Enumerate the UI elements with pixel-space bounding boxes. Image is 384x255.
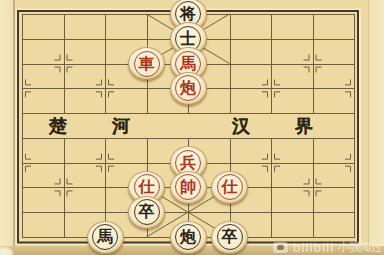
board-cell <box>313 212 355 237</box>
board-cell <box>230 39 272 64</box>
piece-red-advisor[interactable]: 仕 <box>211 171 248 204</box>
board-cell <box>313 64 355 89</box>
board-cell <box>313 88 355 113</box>
piece-character: 帥 <box>170 170 207 203</box>
xiangqi-screenshot: 楚 河 汉 界 将士車馬炮兵仕帥仕卒馬炮卒 bilibili 小强闯过 <box>0 0 384 255</box>
board-cell <box>64 163 106 188</box>
watermark: bilibili 小强闯过 <box>273 239 382 255</box>
board-cell <box>230 88 272 113</box>
board-cell <box>271 138 313 163</box>
piece-character: 卒 <box>211 220 248 253</box>
watermark-brand: bilibili <box>292 240 334 255</box>
board-cell <box>22 39 64 64</box>
river-label-jie: 界 <box>291 114 317 138</box>
piece-character: 馬 <box>87 220 124 253</box>
piece-black-soldier[interactable]: 卒 <box>211 221 248 254</box>
piece-character: 炮 <box>170 71 207 104</box>
board-cell <box>22 187 64 212</box>
piece-red-general[interactable]: 帥 <box>170 171 207 204</box>
board-cell <box>105 88 147 113</box>
piece-red-cannon[interactable]: 炮 <box>170 72 207 105</box>
piece-black-soldier[interactable]: 卒 <box>128 196 165 229</box>
board-cell <box>230 14 272 39</box>
board-cell <box>313 113 355 138</box>
board-cell <box>64 138 106 163</box>
board-cell <box>313 14 355 39</box>
river-label-he: 河 <box>108 114 134 138</box>
board-cell <box>64 88 106 113</box>
piece-character: 仕 <box>211 170 248 203</box>
board-cell <box>313 163 355 188</box>
board-cell <box>22 212 64 237</box>
watermark-text: 小强闯过 <box>338 240 382 255</box>
board-cell <box>188 113 230 138</box>
board-cell <box>147 113 189 138</box>
board-cell <box>271 187 313 212</box>
piece-black-cannon[interactable]: 炮 <box>170 221 207 254</box>
board-cell <box>271 163 313 188</box>
board-cell <box>271 14 313 39</box>
board-cell <box>271 88 313 113</box>
xiangqi-board: 楚 河 汉 界 将士車馬炮兵仕帥仕卒馬炮卒 <box>0 0 384 255</box>
board-cell <box>271 64 313 89</box>
board-cell <box>313 138 355 163</box>
board-cell <box>64 14 106 39</box>
board-cell <box>271 39 313 64</box>
board-cell <box>22 14 64 39</box>
board-cell <box>22 163 64 188</box>
river-label-han: 汉 <box>228 114 254 138</box>
board-cell <box>22 88 64 113</box>
board-cell <box>64 64 106 89</box>
piece-character: 車 <box>128 47 165 80</box>
board-cell <box>271 212 313 237</box>
board-cell <box>64 39 106 64</box>
board-cell <box>105 14 147 39</box>
piece-red-chariot[interactable]: 車 <box>128 47 165 80</box>
board-cell <box>230 64 272 89</box>
board-cell <box>313 39 355 64</box>
river-label-chu: 楚 <box>45 114 71 138</box>
board-cell <box>313 187 355 212</box>
board-cell <box>105 138 147 163</box>
board-cell <box>22 64 64 89</box>
board-cell <box>230 138 272 163</box>
piece-character: 卒 <box>128 195 165 228</box>
piece-character: 炮 <box>170 220 207 253</box>
board-cell <box>22 138 64 163</box>
bilibili-logo-icon <box>273 242 288 253</box>
piece-black-horse[interactable]: 馬 <box>87 221 124 254</box>
board-cell <box>64 187 106 212</box>
